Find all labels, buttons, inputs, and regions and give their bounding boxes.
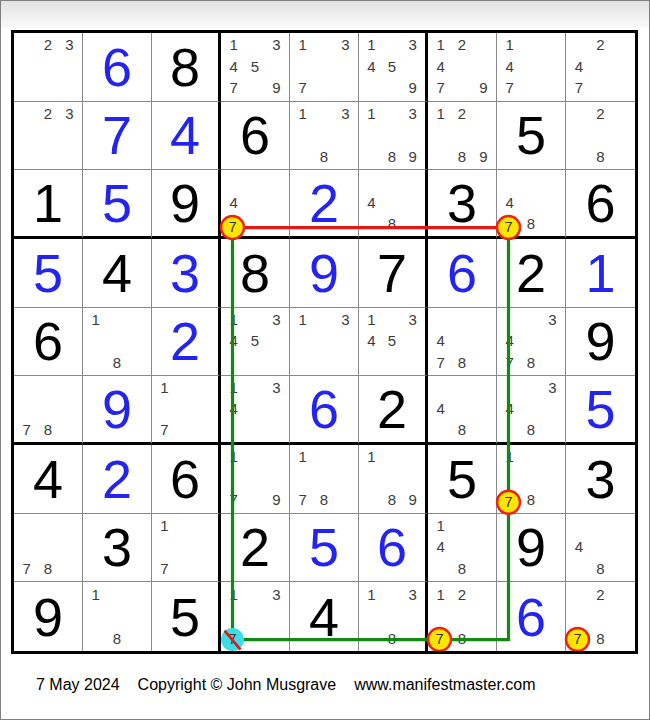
solved-digit: 2 bbox=[83, 445, 151, 513]
cell-r4c5[interactable]: 9 bbox=[290, 239, 359, 308]
pencil-marks: 1345 bbox=[361, 309, 423, 374]
cell-r4c4[interactable]: 8 bbox=[221, 239, 290, 308]
pencil-mark-7: 7 bbox=[223, 627, 244, 649]
cell-r5c7[interactable]: 478 bbox=[428, 308, 497, 377]
cell-r6c3[interactable]: 17 bbox=[152, 376, 221, 445]
pencil-mark-1: 1 bbox=[499, 446, 520, 468]
given-digit: 4 bbox=[14, 445, 82, 513]
given-digit: 6 bbox=[152, 445, 218, 513]
pencil-mark-1: 1 bbox=[223, 446, 244, 468]
cell-r5c9[interactable]: 9 bbox=[566, 308, 635, 377]
pencil-marks: 48 bbox=[568, 515, 633, 580]
pencil-mark-4: 4 bbox=[430, 56, 451, 78]
cell-r4c3[interactable]: 3 bbox=[152, 239, 221, 308]
pencil-mark-4: 4 bbox=[223, 192, 244, 213]
pencil-mark-8: 8 bbox=[451, 419, 472, 440]
pencil-marks: 137 bbox=[292, 34, 356, 99]
pencil-mark-1: 1 bbox=[361, 446, 382, 468]
pencil-mark-4: 4 bbox=[430, 330, 451, 352]
pencil-mark-2: 2 bbox=[451, 34, 472, 56]
pencil-mark-4: 4 bbox=[361, 192, 382, 213]
given-digit: 6 bbox=[566, 170, 635, 236]
cell-r2c6[interactable]: 1389 bbox=[359, 102, 428, 171]
given-digit: 4 bbox=[290, 582, 358, 651]
pencil-mark-3: 3 bbox=[335, 309, 356, 331]
cell-r5c6[interactable]: 1345 bbox=[359, 308, 428, 377]
pencil-mark-1: 1 bbox=[361, 34, 382, 56]
pencil-mark-8: 8 bbox=[520, 352, 541, 374]
pencil-mark-3: 3 bbox=[266, 34, 287, 56]
pencil-mark-4: 4 bbox=[223, 398, 244, 419]
cell-r3c6[interactable]: 48 bbox=[359, 170, 428, 239]
pencil-marks: 178 bbox=[292, 446, 356, 511]
pencil-mark-2: 2 bbox=[590, 103, 612, 125]
page: 777777 236813457913713459124791472472374… bbox=[0, 0, 650, 720]
pencil-mark-1: 1 bbox=[430, 583, 451, 605]
pencil-mark-8: 8 bbox=[313, 146, 334, 168]
sudoku-board: 777777 236813457913713459124791472472374… bbox=[11, 30, 638, 654]
pencil-mark-7: 7 bbox=[16, 558, 37, 580]
cell-r8c3[interactable]: 17 bbox=[152, 514, 221, 583]
pencil-mark-4: 4 bbox=[361, 56, 382, 78]
pencil-marks: 3478 bbox=[499, 309, 563, 374]
pencil-mark-7: 7 bbox=[154, 558, 175, 580]
pencil-marks: 48 bbox=[430, 377, 494, 440]
pencil-mark-3: 3 bbox=[402, 583, 423, 605]
given-digit: 5 bbox=[152, 582, 218, 651]
pencil-mark-5: 5 bbox=[382, 56, 403, 78]
cell-r1c2[interactable]: 6 bbox=[83, 33, 152, 102]
pencil-mark-8: 8 bbox=[313, 489, 334, 511]
cell-r3c3[interactable]: 9 bbox=[152, 170, 221, 239]
pencil-mark-1: 1 bbox=[499, 34, 520, 56]
cell-r3c7[interactable]: 3 bbox=[428, 170, 497, 239]
footer: 7 May 2024 Copyright © John Musgrave www… bbox=[36, 676, 536, 694]
pencil-mark-9: 9 bbox=[402, 77, 423, 99]
cell-r1c1[interactable]: 23 bbox=[14, 33, 83, 102]
pencil-mark-9: 9 bbox=[473, 146, 494, 168]
pencil-marks: 1289 bbox=[430, 103, 494, 168]
pencil-mark-9: 9 bbox=[266, 489, 287, 511]
cell-r7c1[interactable]: 4 bbox=[14, 445, 83, 514]
solved-digit: 5 bbox=[290, 514, 358, 582]
pencil-mark-1: 1 bbox=[361, 583, 382, 605]
solved-digit: 5 bbox=[14, 239, 82, 307]
footer-date: 7 May 2024 bbox=[36, 676, 120, 694]
pencil-mark-7: 7 bbox=[499, 489, 520, 511]
pencil-marks: 12479 bbox=[430, 34, 494, 99]
pencil-mark-4: 4 bbox=[430, 398, 451, 419]
pencil-mark-4: 4 bbox=[499, 56, 520, 78]
pencil-mark-9: 9 bbox=[402, 146, 423, 168]
solved-digit: 4 bbox=[152, 102, 218, 170]
cell-r1c9[interactable]: 247 bbox=[566, 33, 635, 102]
pencil-mark-1: 1 bbox=[223, 309, 244, 331]
cell-r3c8[interactable]: 478 bbox=[497, 170, 566, 239]
pencil-mark-1: 1 bbox=[223, 377, 244, 398]
solved-digit: 1 bbox=[566, 239, 635, 307]
pencil-mark-9: 9 bbox=[402, 489, 423, 511]
cell-r1c8[interactable]: 147 bbox=[497, 33, 566, 102]
cell-r8c1[interactable]: 78 bbox=[14, 514, 83, 583]
pencil-marks: 147 bbox=[499, 34, 563, 99]
pencil-marks: 47 bbox=[223, 171, 287, 234]
pencil-mark-8: 8 bbox=[520, 489, 541, 511]
pencil-marks: 179 bbox=[223, 446, 287, 511]
pencil-mark-3: 3 bbox=[402, 103, 423, 125]
pencil-mark-4: 4 bbox=[223, 330, 244, 352]
cell-r2c3[interactable]: 4 bbox=[152, 102, 221, 171]
cell-r5c3[interactable]: 2 bbox=[152, 308, 221, 377]
pencil-mark-4: 4 bbox=[361, 330, 382, 352]
pencil-mark-7: 7 bbox=[430, 77, 451, 99]
given-digit: 8 bbox=[221, 239, 289, 307]
pencil-marks: 189 bbox=[361, 446, 423, 511]
cell-r9c4[interactable]: 137 bbox=[221, 582, 290, 651]
cell-r9c9[interactable]: 278 bbox=[566, 582, 635, 651]
cell-r6c8[interactable]: 348 bbox=[497, 376, 566, 445]
pencil-mark-1: 1 bbox=[430, 103, 451, 125]
pencil-mark-3: 3 bbox=[402, 309, 423, 331]
pencil-marks: 13459 bbox=[361, 34, 423, 99]
pencil-mark-8: 8 bbox=[590, 146, 612, 168]
cell-r5c4[interactable]: 1345 bbox=[221, 308, 290, 377]
pencil-mark-7: 7 bbox=[292, 77, 313, 99]
pencil-mark-4: 4 bbox=[430, 536, 451, 558]
pencil-mark-3: 3 bbox=[335, 103, 356, 125]
pencil-marks: 1278 bbox=[430, 583, 494, 649]
given-digit: 9 bbox=[152, 170, 218, 236]
pencil-mark-8: 8 bbox=[382, 489, 403, 511]
cell-r6c7[interactable]: 48 bbox=[428, 376, 497, 445]
cell-r9c3[interactable]: 5 bbox=[152, 582, 221, 651]
given-digit: 5 bbox=[497, 102, 565, 170]
given-digit: 3 bbox=[83, 514, 151, 582]
cell-r6c4[interactable]: 134 bbox=[221, 376, 290, 445]
cell-r7c9[interactable]: 3 bbox=[566, 445, 635, 514]
cell-r8c6[interactable]: 6 bbox=[359, 514, 428, 583]
pencil-mark-7: 7 bbox=[292, 489, 313, 511]
cell-r9c8[interactable]: 6 bbox=[497, 582, 566, 651]
solved-digit: 6 bbox=[359, 514, 425, 582]
given-digit: 2 bbox=[497, 239, 565, 307]
cell-r6c5[interactable]: 6 bbox=[290, 376, 359, 445]
pencil-mark-9: 9 bbox=[473, 77, 494, 99]
cell-r2c7[interactable]: 1289 bbox=[428, 102, 497, 171]
pencil-marks: 138 bbox=[292, 103, 356, 168]
given-digit: 8 bbox=[152, 33, 218, 101]
pencil-marks: 1345 bbox=[223, 309, 287, 374]
cell-r5c1[interactable]: 6 bbox=[14, 308, 83, 377]
cell-r8c4[interactable]: 2 bbox=[221, 514, 290, 583]
cell-r2c5[interactable]: 138 bbox=[290, 102, 359, 171]
cell-r3c4[interactable]: 47 bbox=[221, 170, 290, 239]
cell-r2c2[interactable]: 7 bbox=[83, 102, 152, 171]
pencil-marks: 13 bbox=[292, 309, 356, 374]
pencil-mark-1: 1 bbox=[292, 446, 313, 468]
pencil-marks: 348 bbox=[499, 377, 563, 440]
pencil-mark-1: 1 bbox=[85, 309, 106, 331]
pencil-mark-8: 8 bbox=[37, 419, 58, 440]
pencil-mark-8: 8 bbox=[451, 146, 472, 168]
pencil-mark-8: 8 bbox=[382, 146, 403, 168]
pencil-mark-1: 1 bbox=[223, 583, 244, 605]
cell-r1c3[interactable]: 8 bbox=[152, 33, 221, 102]
given-digit: 5 bbox=[428, 445, 496, 513]
pencil-mark-8: 8 bbox=[451, 352, 472, 374]
given-digit: 9 bbox=[497, 514, 565, 582]
cell-r2c9[interactable]: 28 bbox=[566, 102, 635, 171]
cell-r9c5[interactable]: 4 bbox=[290, 582, 359, 651]
pencil-marks: 478 bbox=[430, 309, 494, 374]
pencil-marks: 18 bbox=[85, 309, 149, 374]
solved-digit: 7 bbox=[83, 102, 151, 170]
pencil-mark-7: 7 bbox=[499, 213, 520, 234]
pencil-mark-1: 1 bbox=[292, 103, 313, 125]
solved-digit: 6 bbox=[428, 239, 496, 307]
cell-r2c4[interactable]: 6 bbox=[221, 102, 290, 171]
cell-r3c1[interactable]: 1 bbox=[14, 170, 83, 239]
pencil-mark-1: 1 bbox=[154, 377, 175, 398]
solved-digit: 9 bbox=[83, 376, 151, 442]
cell-r6c1[interactable]: 78 bbox=[14, 376, 83, 445]
pencil-mark-1: 1 bbox=[223, 34, 244, 56]
cell-r9c2[interactable]: 18 bbox=[83, 582, 152, 651]
cell-r6c6[interactable]: 2 bbox=[359, 376, 428, 445]
pencil-mark-8: 8 bbox=[520, 419, 541, 440]
solved-digit: 5 bbox=[566, 376, 635, 442]
cell-r9c6[interactable]: 138 bbox=[359, 582, 428, 651]
given-digit: 6 bbox=[221, 102, 289, 170]
pencil-mark-7: 7 bbox=[223, 489, 244, 511]
given-digit: 2 bbox=[359, 376, 425, 442]
cell-r3c5[interactable]: 2 bbox=[290, 170, 359, 239]
pencil-mark-8: 8 bbox=[382, 213, 403, 234]
given-digit: 9 bbox=[14, 582, 82, 651]
pencil-marks: 138 bbox=[361, 583, 423, 649]
pencil-marks: 247 bbox=[568, 34, 633, 99]
cell-r8c2[interactable]: 3 bbox=[83, 514, 152, 583]
cell-r9c7[interactable]: 1278 bbox=[428, 582, 497, 651]
solved-digit: 9 bbox=[290, 239, 358, 307]
footer-copyright: Copyright © John Musgrave bbox=[138, 676, 337, 694]
pencil-mark-7: 7 bbox=[223, 213, 244, 234]
pencil-marks: 134579 bbox=[223, 34, 287, 99]
cell-r4c7[interactable]: 6 bbox=[428, 239, 497, 308]
given-digit: 3 bbox=[428, 170, 496, 236]
given-digit: 6 bbox=[14, 308, 82, 376]
pencil-mark-4: 4 bbox=[568, 536, 590, 558]
pencil-mark-8: 8 bbox=[520, 213, 541, 234]
pencil-marks: 1389 bbox=[361, 103, 423, 168]
pencil-mark-1: 1 bbox=[430, 515, 451, 537]
pencil-marks: 23 bbox=[16, 103, 80, 168]
cell-r4c8[interactable]: 2 bbox=[497, 239, 566, 308]
pencil-mark-8: 8 bbox=[451, 558, 472, 580]
pencil-mark-2: 2 bbox=[451, 583, 472, 605]
solved-digit: 5 bbox=[83, 170, 151, 236]
given-digit: 9 bbox=[566, 308, 635, 376]
pencil-marks: 78 bbox=[16, 515, 80, 580]
pencil-mark-3: 3 bbox=[542, 309, 563, 331]
cell-r1c4[interactable]: 134579 bbox=[221, 33, 290, 102]
pencil-mark-3: 3 bbox=[335, 34, 356, 56]
given-digit: 3 bbox=[566, 445, 635, 513]
solved-digit: 2 bbox=[290, 170, 358, 236]
pencil-marks: 23 bbox=[16, 34, 80, 99]
pencil-mark-3: 3 bbox=[266, 309, 287, 331]
pencil-mark-7: 7 bbox=[568, 627, 590, 649]
cell-r6c9[interactable]: 5 bbox=[566, 376, 635, 445]
cell-r8c8[interactable]: 9 bbox=[497, 514, 566, 583]
cell-r4c6[interactable]: 7 bbox=[359, 239, 428, 308]
pencil-mark-3: 3 bbox=[266, 377, 287, 398]
pencil-mark-1: 1 bbox=[361, 309, 382, 331]
cell-r8c9[interactable]: 48 bbox=[566, 514, 635, 583]
pencil-mark-8: 8 bbox=[382, 627, 403, 649]
pencil-marks: 134 bbox=[223, 377, 287, 440]
pencil-mark-7: 7 bbox=[223, 77, 244, 99]
pencil-mark-1: 1 bbox=[430, 34, 451, 56]
solved-digit: 6 bbox=[290, 376, 358, 442]
given-digit: 2 bbox=[221, 514, 289, 582]
pencil-marks: 137 bbox=[223, 583, 287, 649]
cell-r5c8[interactable]: 3478 bbox=[497, 308, 566, 377]
pencil-marks: 78 bbox=[16, 377, 80, 440]
pencil-mark-4: 4 bbox=[499, 330, 520, 352]
cell-r7c2[interactable]: 2 bbox=[83, 445, 152, 514]
pencil-mark-3: 3 bbox=[59, 34, 80, 56]
solved-digit: 2 bbox=[152, 308, 218, 376]
pencil-mark-7: 7 bbox=[430, 627, 451, 649]
pencil-marks: 17 bbox=[154, 377, 216, 440]
pencil-mark-3: 3 bbox=[266, 583, 287, 605]
header-bar bbox=[1, 1, 649, 28]
pencil-marks: 18 bbox=[85, 583, 149, 649]
pencil-mark-4: 4 bbox=[223, 56, 244, 78]
cell-r7c7[interactable]: 5 bbox=[428, 445, 497, 514]
given-digit: 7 bbox=[359, 239, 425, 307]
pencil-mark-8: 8 bbox=[37, 558, 58, 580]
pencil-mark-4: 4 bbox=[499, 192, 520, 213]
pencil-mark-8: 8 bbox=[590, 627, 612, 649]
pencil-mark-8: 8 bbox=[451, 627, 472, 649]
pencil-marks: 48 bbox=[361, 171, 423, 234]
pencil-mark-2: 2 bbox=[590, 583, 612, 605]
pencil-mark-2: 2 bbox=[590, 34, 612, 56]
pencil-mark-7: 7 bbox=[430, 352, 451, 374]
pencil-mark-1: 1 bbox=[85, 583, 106, 605]
pencil-marks: 28 bbox=[568, 103, 633, 168]
pencil-mark-8: 8 bbox=[106, 352, 127, 374]
pencil-mark-4: 4 bbox=[568, 56, 590, 78]
pencil-mark-7: 7 bbox=[568, 77, 590, 99]
pencil-mark-9: 9 bbox=[266, 77, 287, 99]
pencil-mark-5: 5 bbox=[382, 330, 403, 352]
pencil-mark-3: 3 bbox=[59, 103, 80, 125]
cell-r8c7[interactable]: 148 bbox=[428, 514, 497, 583]
cell-r4c9[interactable]: 1 bbox=[566, 239, 635, 308]
pencil-mark-8: 8 bbox=[590, 558, 612, 580]
solved-digit: 6 bbox=[83, 33, 151, 101]
pencil-mark-7: 7 bbox=[154, 419, 175, 440]
cell-r6c2[interactable]: 9 bbox=[83, 376, 152, 445]
pencil-mark-5: 5 bbox=[244, 56, 265, 78]
pencil-mark-2: 2 bbox=[37, 34, 58, 56]
pencil-mark-7: 7 bbox=[499, 77, 520, 99]
cell-r7c3[interactable]: 6 bbox=[152, 445, 221, 514]
pencil-mark-3: 3 bbox=[542, 377, 563, 398]
pencil-mark-1: 1 bbox=[361, 103, 382, 125]
pencil-mark-5: 5 bbox=[244, 330, 265, 352]
pencil-mark-8: 8 bbox=[106, 627, 127, 649]
pencil-mark-2: 2 bbox=[451, 103, 472, 125]
cell-r4c1[interactable]: 5 bbox=[14, 239, 83, 308]
cell-r7c4[interactable]: 179 bbox=[221, 445, 290, 514]
cell-r7c8[interactable]: 178 bbox=[497, 445, 566, 514]
cell-r7c5[interactable]: 178 bbox=[290, 445, 359, 514]
pencil-marks: 278 bbox=[568, 583, 633, 649]
solved-digit: 6 bbox=[497, 582, 565, 651]
cell-r1c6[interactable]: 13459 bbox=[359, 33, 428, 102]
pencil-marks: 178 bbox=[499, 446, 563, 511]
cell-r3c2[interactable]: 5 bbox=[83, 170, 152, 239]
cell-r7c6[interactable]: 189 bbox=[359, 445, 428, 514]
pencil-marks: 148 bbox=[430, 515, 494, 580]
cell-r8c5[interactable]: 5 bbox=[290, 514, 359, 583]
solved-digit: 3 bbox=[152, 239, 218, 307]
cell-r5c5[interactable]: 13 bbox=[290, 308, 359, 377]
cell-r2c1[interactable]: 23 bbox=[14, 102, 83, 171]
pencil-mark-7: 7 bbox=[499, 352, 520, 374]
pencil-mark-7: 7 bbox=[16, 419, 37, 440]
cell-r1c7[interactable]: 12479 bbox=[428, 33, 497, 102]
cell-r4c2[interactable]: 4 bbox=[83, 239, 152, 308]
footer-url: www.manifestmaster.com bbox=[354, 676, 535, 694]
pencil-mark-1: 1 bbox=[292, 34, 313, 56]
pencil-mark-1: 1 bbox=[292, 309, 313, 331]
pencil-marks: 478 bbox=[499, 171, 563, 234]
pencil-marks: 17 bbox=[154, 515, 216, 580]
cell-r5c2[interactable]: 18 bbox=[83, 308, 152, 377]
pencil-mark-2: 2 bbox=[37, 103, 58, 125]
pencil-mark-3: 3 bbox=[402, 34, 423, 56]
cell-r3c9[interactable]: 6 bbox=[566, 170, 635, 239]
cell-r9c1[interactable]: 9 bbox=[14, 582, 83, 651]
cell-r1c5[interactable]: 137 bbox=[290, 33, 359, 102]
cell-r2c8[interactable]: 5 bbox=[497, 102, 566, 171]
pencil-mark-1: 1 bbox=[154, 515, 175, 537]
pencil-mark-4: 4 bbox=[499, 398, 520, 419]
given-digit: 4 bbox=[83, 239, 151, 307]
given-digit: 1 bbox=[14, 170, 82, 236]
